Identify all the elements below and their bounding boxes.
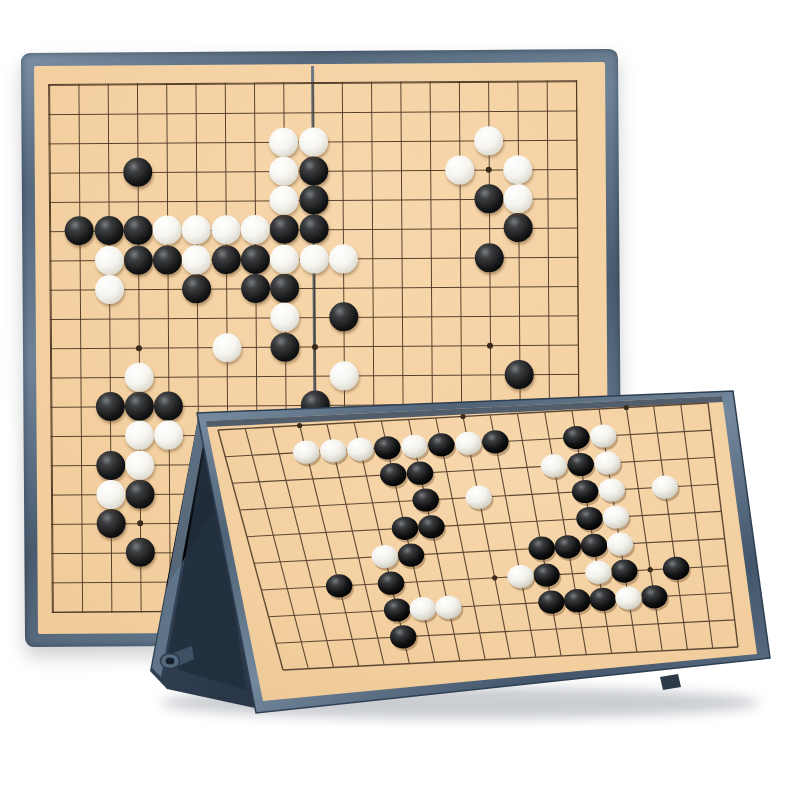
black-stone — [123, 158, 152, 187]
stone-shadow — [653, 478, 679, 501]
star-point — [313, 519, 319, 525]
back-board-grid — [48, 80, 581, 613]
star-point — [648, 567, 653, 572]
white-stone — [153, 216, 182, 245]
white-stone — [299, 244, 328, 273]
black-stone — [475, 184, 504, 213]
white-stone — [270, 244, 299, 273]
black-stone — [241, 245, 270, 274]
black-stone — [241, 274, 270, 303]
stone-shadow — [665, 559, 691, 582]
black-stone — [211, 245, 240, 274]
white-stone — [504, 155, 533, 184]
black-stone — [663, 557, 689, 580]
black-stone — [270, 274, 299, 303]
star-point — [486, 167, 492, 173]
white-stone — [445, 155, 474, 184]
white-stone — [270, 303, 299, 332]
black-stone — [641, 585, 667, 608]
star-point — [311, 344, 317, 350]
black-stone — [300, 390, 329, 419]
black-stone — [329, 302, 358, 331]
white-stone — [182, 245, 211, 274]
stone-shadow — [643, 588, 669, 611]
ground-shadow — [160, 687, 760, 719]
white-stone — [125, 421, 154, 450]
black-stone — [505, 360, 534, 389]
star-point — [487, 342, 493, 348]
black-stone — [475, 243, 504, 272]
black-stone — [95, 392, 124, 421]
white-stone — [241, 215, 270, 244]
white-stone — [269, 156, 298, 185]
black-stone — [96, 509, 125, 538]
white-stone — [270, 186, 299, 215]
black-stone — [125, 480, 154, 509]
white-stone — [94, 246, 123, 275]
black-stone — [153, 245, 182, 274]
white-stone — [212, 333, 241, 362]
black-stone — [154, 392, 183, 421]
black-stone — [126, 538, 155, 567]
black-stone — [182, 274, 211, 303]
back-go-board — [21, 49, 622, 647]
white-stone — [96, 480, 125, 509]
white-stone — [504, 184, 533, 213]
white-stone — [652, 476, 678, 499]
white-stone — [211, 215, 240, 244]
black-stone — [504, 213, 533, 242]
white-stone — [474, 126, 503, 155]
black-stone — [299, 215, 328, 244]
star-point — [624, 405, 629, 410]
white-stone — [124, 362, 153, 391]
white-stone — [298, 127, 327, 156]
white-stone — [182, 216, 211, 245]
black-stone — [299, 156, 328, 185]
black-stone — [271, 332, 300, 361]
back-board-surface — [34, 62, 609, 634]
white-stone — [269, 127, 298, 156]
black-stone — [123, 216, 152, 245]
black-stone — [125, 392, 154, 421]
white-stone — [95, 275, 124, 304]
black-stone — [124, 245, 153, 274]
star-point — [488, 518, 494, 524]
white-stone — [329, 361, 358, 390]
white-stone — [125, 450, 154, 479]
go-set-product-photo — [0, 0, 800, 800]
black-stone — [299, 186, 328, 215]
clasp-notch-icon — [660, 674, 681, 690]
black-stone — [94, 216, 123, 245]
star-point — [137, 520, 143, 526]
black-stone — [96, 450, 125, 479]
white-stone — [329, 244, 358, 273]
black-stone — [65, 216, 94, 245]
hinge-pin-icon — [161, 646, 195, 669]
star-point — [136, 345, 142, 351]
white-stone — [154, 421, 183, 450]
black-stone — [270, 215, 299, 244]
